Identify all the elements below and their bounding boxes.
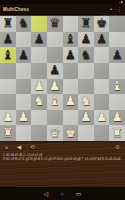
square-f1[interactable] xyxy=(78,125,94,141)
piece-white-pawn: ♟ xyxy=(49,79,60,94)
square-e7[interactable]: ♝ xyxy=(63,32,79,48)
square-d1[interactable]: ♛ xyxy=(47,125,63,141)
piece-white-pawn: ♟ xyxy=(80,110,91,125)
square-d6[interactable] xyxy=(47,47,63,63)
square-h1[interactable]: ♜ xyxy=(109,125,125,141)
chess-board: ♜♞♛♜♚♟♟♝♟♟♝♟♟♞♟♟♟♟♝♞♝♟♞♟♟♟♟♟♜♛♚♜ xyxy=(0,16,125,141)
wood-background xyxy=(0,161,125,187)
piece-black-pawn: ♟ xyxy=(18,48,29,63)
square-d2[interactable] xyxy=(47,110,63,126)
piece-white-knight: ♞ xyxy=(80,94,91,109)
nav-recents-icon[interactable]: ▭ xyxy=(76,191,82,198)
square-a5[interactable] xyxy=(0,63,16,79)
piece-white-pawn: ♟ xyxy=(2,110,13,125)
square-f6[interactable]: ♞ xyxy=(78,47,94,63)
square-g6[interactable] xyxy=(94,47,110,63)
square-d7[interactable] xyxy=(47,32,63,48)
square-e3[interactable]: ♟ xyxy=(63,94,79,110)
android-nav-bar: ◁ ○ ▭ xyxy=(0,187,125,200)
piece-white-pawn: ♟ xyxy=(96,110,107,125)
square-e6[interactable]: ♟ xyxy=(63,47,79,63)
piece-black-rook: ♜ xyxy=(80,16,91,31)
piece-black-queen: ♛ xyxy=(49,16,60,31)
piece-white-king: ♚ xyxy=(65,126,76,141)
piece-black-bishop: ♝ xyxy=(2,48,13,63)
square-e8[interactable] xyxy=(63,16,79,32)
piece-white-rook: ♜ xyxy=(112,126,123,141)
square-g3[interactable] xyxy=(94,94,110,110)
square-f4[interactable] xyxy=(78,79,94,95)
square-c5[interactable] xyxy=(31,63,47,79)
square-f7[interactable]: ♟ xyxy=(78,32,94,48)
piece-white-rook: ♜ xyxy=(2,126,13,141)
square-h4[interactable]: ♝ xyxy=(109,79,125,95)
square-c3[interactable]: ♞ xyxy=(31,94,47,110)
state-dot-icon[interactable]: • xyxy=(110,6,112,12)
piece-black-pawn: ♟ xyxy=(96,32,107,47)
square-g2[interactable]: ♟ xyxy=(94,110,110,126)
square-g8[interactable]: ♚ xyxy=(94,16,110,32)
piece-black-pawn: ♟ xyxy=(80,32,91,47)
piece-black-knight: ♞ xyxy=(80,48,91,63)
square-a3[interactable] xyxy=(0,94,16,110)
piece-black-king: ♚ xyxy=(96,16,107,31)
square-b5[interactable] xyxy=(16,63,32,79)
piece-black-pawn: ♟ xyxy=(49,63,60,78)
square-b7[interactable] xyxy=(16,32,32,48)
square-d4[interactable]: ♟ xyxy=(47,79,63,95)
square-g7[interactable]: ♟ xyxy=(94,32,110,48)
piece-black-pawn: ♟ xyxy=(65,48,76,63)
square-f3[interactable]: ♞ xyxy=(78,94,94,110)
square-g1[interactable] xyxy=(94,125,110,141)
piece-black-pawn: ♟ xyxy=(112,48,123,63)
square-b3[interactable] xyxy=(16,94,32,110)
nav-back-icon[interactable]: ◁ xyxy=(44,191,49,198)
square-c8[interactable] xyxy=(31,16,47,32)
engine-settings-icon[interactable]: ⚙ xyxy=(115,144,120,150)
square-d8[interactable]: ♛ xyxy=(47,16,63,32)
piece-white-queen: ♛ xyxy=(49,126,60,141)
square-a8[interactable]: ♜ xyxy=(0,16,16,32)
square-h5[interactable] xyxy=(109,63,125,79)
square-h2[interactable]: ♟ xyxy=(109,110,125,126)
piece-black-knight: ♞ xyxy=(18,16,29,31)
square-d3[interactable]: ♝ xyxy=(47,94,63,110)
piece-white-pawn: ♟ xyxy=(18,110,29,125)
piece-black-rook: ♜ xyxy=(2,16,13,31)
square-a2[interactable]: ♟ xyxy=(0,110,16,126)
overflow-menu-icon[interactable]: ⋮ xyxy=(117,6,122,12)
step-backward-icon[interactable]: ◀ xyxy=(17,144,21,150)
piece-black-pawn: ♟ xyxy=(2,32,13,47)
game-toolbar: « ◀ ⟲ ⚙ xyxy=(0,141,125,152)
square-c7[interactable]: ♟ xyxy=(31,32,47,48)
piece-white-knight: ♞ xyxy=(33,94,44,109)
piece-white-bishop: ♝ xyxy=(49,94,60,109)
square-h3[interactable] xyxy=(109,94,125,110)
square-h6[interactable]: ♟ xyxy=(109,47,125,63)
square-e2[interactable] xyxy=(63,110,79,126)
piece-white-pawn: ♟ xyxy=(112,110,123,125)
square-b6[interactable]: ♟ xyxy=(16,47,32,63)
square-e4[interactable] xyxy=(63,79,79,95)
square-b4[interactable] xyxy=(16,79,32,95)
piece-white-pawn: ♟ xyxy=(33,79,44,94)
square-h8[interactable] xyxy=(109,16,125,32)
app-title: MultiChess xyxy=(3,7,29,12)
square-b8[interactable]: ♞ xyxy=(16,16,32,32)
piece-black-bishop: ♝ xyxy=(65,32,76,47)
piece-black-pawn: ♟ xyxy=(33,32,44,47)
square-d5[interactable]: ♟ xyxy=(47,63,63,79)
square-a7[interactable]: ♟ xyxy=(0,32,16,48)
nav-home-icon[interactable]: ○ xyxy=(60,191,64,198)
square-c2[interactable] xyxy=(31,110,47,126)
square-h7[interactable] xyxy=(109,32,125,48)
square-g4[interactable] xyxy=(94,79,110,95)
move-list: 1. d2-d4 d7-d5 2. c2-c4 e7-e6 3. b1-c3 f… xyxy=(0,152,125,161)
square-b1[interactable] xyxy=(16,125,32,141)
fast-backward-icon[interactable]: « xyxy=(5,144,8,150)
square-e5[interactable] xyxy=(63,63,79,79)
app-bar: MultiChess • ⋮ xyxy=(0,4,125,15)
square-e1[interactable]: ♚ xyxy=(63,125,79,141)
square-a4[interactable] xyxy=(0,79,16,95)
square-f5[interactable] xyxy=(78,63,94,79)
square-b2[interactable]: ♟ xyxy=(16,110,32,126)
square-g5[interactable] xyxy=(94,63,110,79)
square-f2[interactable]: ♟ xyxy=(78,110,94,126)
piece-white-bishop: ♝ xyxy=(112,79,123,94)
square-a1[interactable]: ♜ xyxy=(0,125,16,141)
replay-icon[interactable]: ⟲ xyxy=(30,144,35,150)
square-f8[interactable]: ♜ xyxy=(78,16,94,32)
square-c6[interactable] xyxy=(31,47,47,63)
chess-app-screen: ▪ ▮ MultiChess • ⋮ ♜♞♛♜♚♟♟♝♟♟♝♟♟♞♟♟♟♟♝♞♝… xyxy=(0,0,125,200)
square-a6[interactable]: ♝ xyxy=(0,47,16,63)
square-c1[interactable] xyxy=(31,125,47,141)
square-c4[interactable]: ♟ xyxy=(31,79,47,95)
piece-white-pawn: ♟ xyxy=(65,94,76,109)
